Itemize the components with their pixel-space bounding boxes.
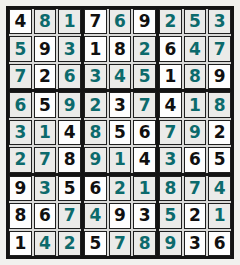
cell-r6c8[interactable]: 6 [184, 147, 207, 172]
cell-r6c1[interactable]: 2 [9, 147, 32, 172]
cell-r6c2[interactable]: 7 [34, 147, 57, 172]
cell-r9c4[interactable]: 5 [84, 231, 107, 256]
cell-r8c2[interactable]: 6 [34, 203, 57, 228]
cell-r4c3[interactable]: 9 [58, 92, 81, 117]
cell-r6c6[interactable]: 4 [133, 147, 156, 172]
cell-r7c6[interactable]: 1 [133, 176, 156, 201]
cell-r3c4[interactable]: 3 [84, 64, 107, 89]
cell-r7c9[interactable]: 4 [208, 176, 231, 201]
cell-r1c1[interactable]: 4 [9, 9, 32, 34]
sudoku-box-6: 418792365 [159, 92, 231, 172]
cell-r1c6[interactable]: 9 [133, 9, 156, 34]
cell-r4c2[interactable]: 5 [34, 92, 57, 117]
cell-r3c6[interactable]: 5 [133, 64, 156, 89]
cell-r3c5[interactable]: 4 [109, 64, 132, 89]
cell-r8c3[interactable]: 7 [58, 203, 81, 228]
sudoku-box-7: 935867142 [9, 176, 81, 256]
cell-r5c8[interactable]: 9 [184, 120, 207, 145]
cell-r8c4[interactable]: 4 [84, 203, 107, 228]
sudoku-box-1: 481593726 [9, 9, 81, 89]
cell-r3c8[interactable]: 8 [184, 64, 207, 89]
cell-r5c7[interactable]: 7 [159, 120, 182, 145]
cell-r5c4[interactable]: 8 [84, 120, 107, 145]
cell-r2c6[interactable]: 2 [133, 36, 156, 61]
cell-r8c7[interactable]: 5 [159, 203, 182, 228]
cell-r6c7[interactable]: 3 [159, 147, 182, 172]
cell-r8c1[interactable]: 8 [9, 203, 32, 228]
cell-r3c2[interactable]: 2 [34, 64, 57, 89]
cell-r4c9[interactable]: 8 [208, 92, 231, 117]
cell-r1c3[interactable]: 1 [58, 9, 81, 34]
cell-r7c5[interactable]: 2 [109, 176, 132, 201]
cell-r4c4[interactable]: 2 [84, 92, 107, 117]
cell-r2c4[interactable]: 1 [84, 36, 107, 61]
sudoku-board: 481593726 769182345 253647189 659314278 … [6, 6, 234, 259]
cell-r9c5[interactable]: 7 [109, 231, 132, 256]
cell-r7c1[interactable]: 9 [9, 176, 32, 201]
cell-r1c7[interactable]: 2 [159, 9, 182, 34]
cell-r4c7[interactable]: 4 [159, 92, 182, 117]
cell-r6c9[interactable]: 5 [208, 147, 231, 172]
cell-r5c9[interactable]: 2 [208, 120, 231, 145]
sudoku-box-4: 659314278 [9, 92, 81, 172]
cell-r2c8[interactable]: 4 [184, 36, 207, 61]
sudoku-box-5: 237856914 [84, 92, 156, 172]
cell-r8c8[interactable]: 2 [184, 203, 207, 228]
cell-r3c3[interactable]: 6 [58, 64, 81, 89]
cell-r3c7[interactable]: 1 [159, 64, 182, 89]
cell-r4c8[interactable]: 1 [184, 92, 207, 117]
sudoku-box-2: 769182345 [84, 9, 156, 89]
cell-r8c5[interactable]: 9 [109, 203, 132, 228]
cell-r5c5[interactable]: 5 [109, 120, 132, 145]
cell-r5c1[interactable]: 3 [9, 120, 32, 145]
sudoku-box-3: 253647189 [159, 9, 231, 89]
cell-r5c2[interactable]: 1 [34, 120, 57, 145]
cell-r7c3[interactable]: 5 [58, 176, 81, 201]
cell-r6c4[interactable]: 9 [84, 147, 107, 172]
cell-r7c4[interactable]: 6 [84, 176, 107, 201]
cell-r3c1[interactable]: 7 [9, 64, 32, 89]
cell-r6c3[interactable]: 8 [58, 147, 81, 172]
cell-r2c7[interactable]: 6 [159, 36, 182, 61]
cell-r2c3[interactable]: 3 [58, 36, 81, 61]
cell-r9c8[interactable]: 3 [184, 231, 207, 256]
cell-r8c9[interactable]: 1 [208, 203, 231, 228]
cell-r1c8[interactable]: 5 [184, 9, 207, 34]
cell-r7c2[interactable]: 3 [34, 176, 57, 201]
cell-r7c7[interactable]: 8 [159, 176, 182, 201]
cell-r9c6[interactable]: 8 [133, 231, 156, 256]
cell-r4c1[interactable]: 6 [9, 92, 32, 117]
cell-r5c6[interactable]: 6 [133, 120, 156, 145]
cell-r7c8[interactable]: 7 [184, 176, 207, 201]
cell-r2c5[interactable]: 8 [109, 36, 132, 61]
cell-r9c3[interactable]: 2 [58, 231, 81, 256]
cell-r2c9[interactable]: 7 [208, 36, 231, 61]
sudoku-box-9: 874521936 [159, 176, 231, 256]
cell-r4c5[interactable]: 3 [109, 92, 132, 117]
cell-r5c3[interactable]: 4 [58, 120, 81, 145]
cell-r2c1[interactable]: 5 [9, 36, 32, 61]
cell-r9c2[interactable]: 4 [34, 231, 57, 256]
cell-r1c2[interactable]: 8 [34, 9, 57, 34]
sudoku-box-8: 621493578 [84, 176, 156, 256]
cell-r1c4[interactable]: 7 [84, 9, 107, 34]
cell-r9c1[interactable]: 1 [9, 231, 32, 256]
cell-r2c2[interactable]: 9 [34, 36, 57, 61]
cell-r1c5[interactable]: 6 [109, 9, 132, 34]
cell-r6c5[interactable]: 1 [109, 147, 132, 172]
cell-r4c6[interactable]: 7 [133, 92, 156, 117]
cell-r9c9[interactable]: 6 [208, 231, 231, 256]
cell-r8c6[interactable]: 3 [133, 203, 156, 228]
cell-r9c7[interactable]: 9 [159, 231, 182, 256]
cell-r3c9[interactable]: 9 [208, 64, 231, 89]
cell-r1c9[interactable]: 3 [208, 9, 231, 34]
